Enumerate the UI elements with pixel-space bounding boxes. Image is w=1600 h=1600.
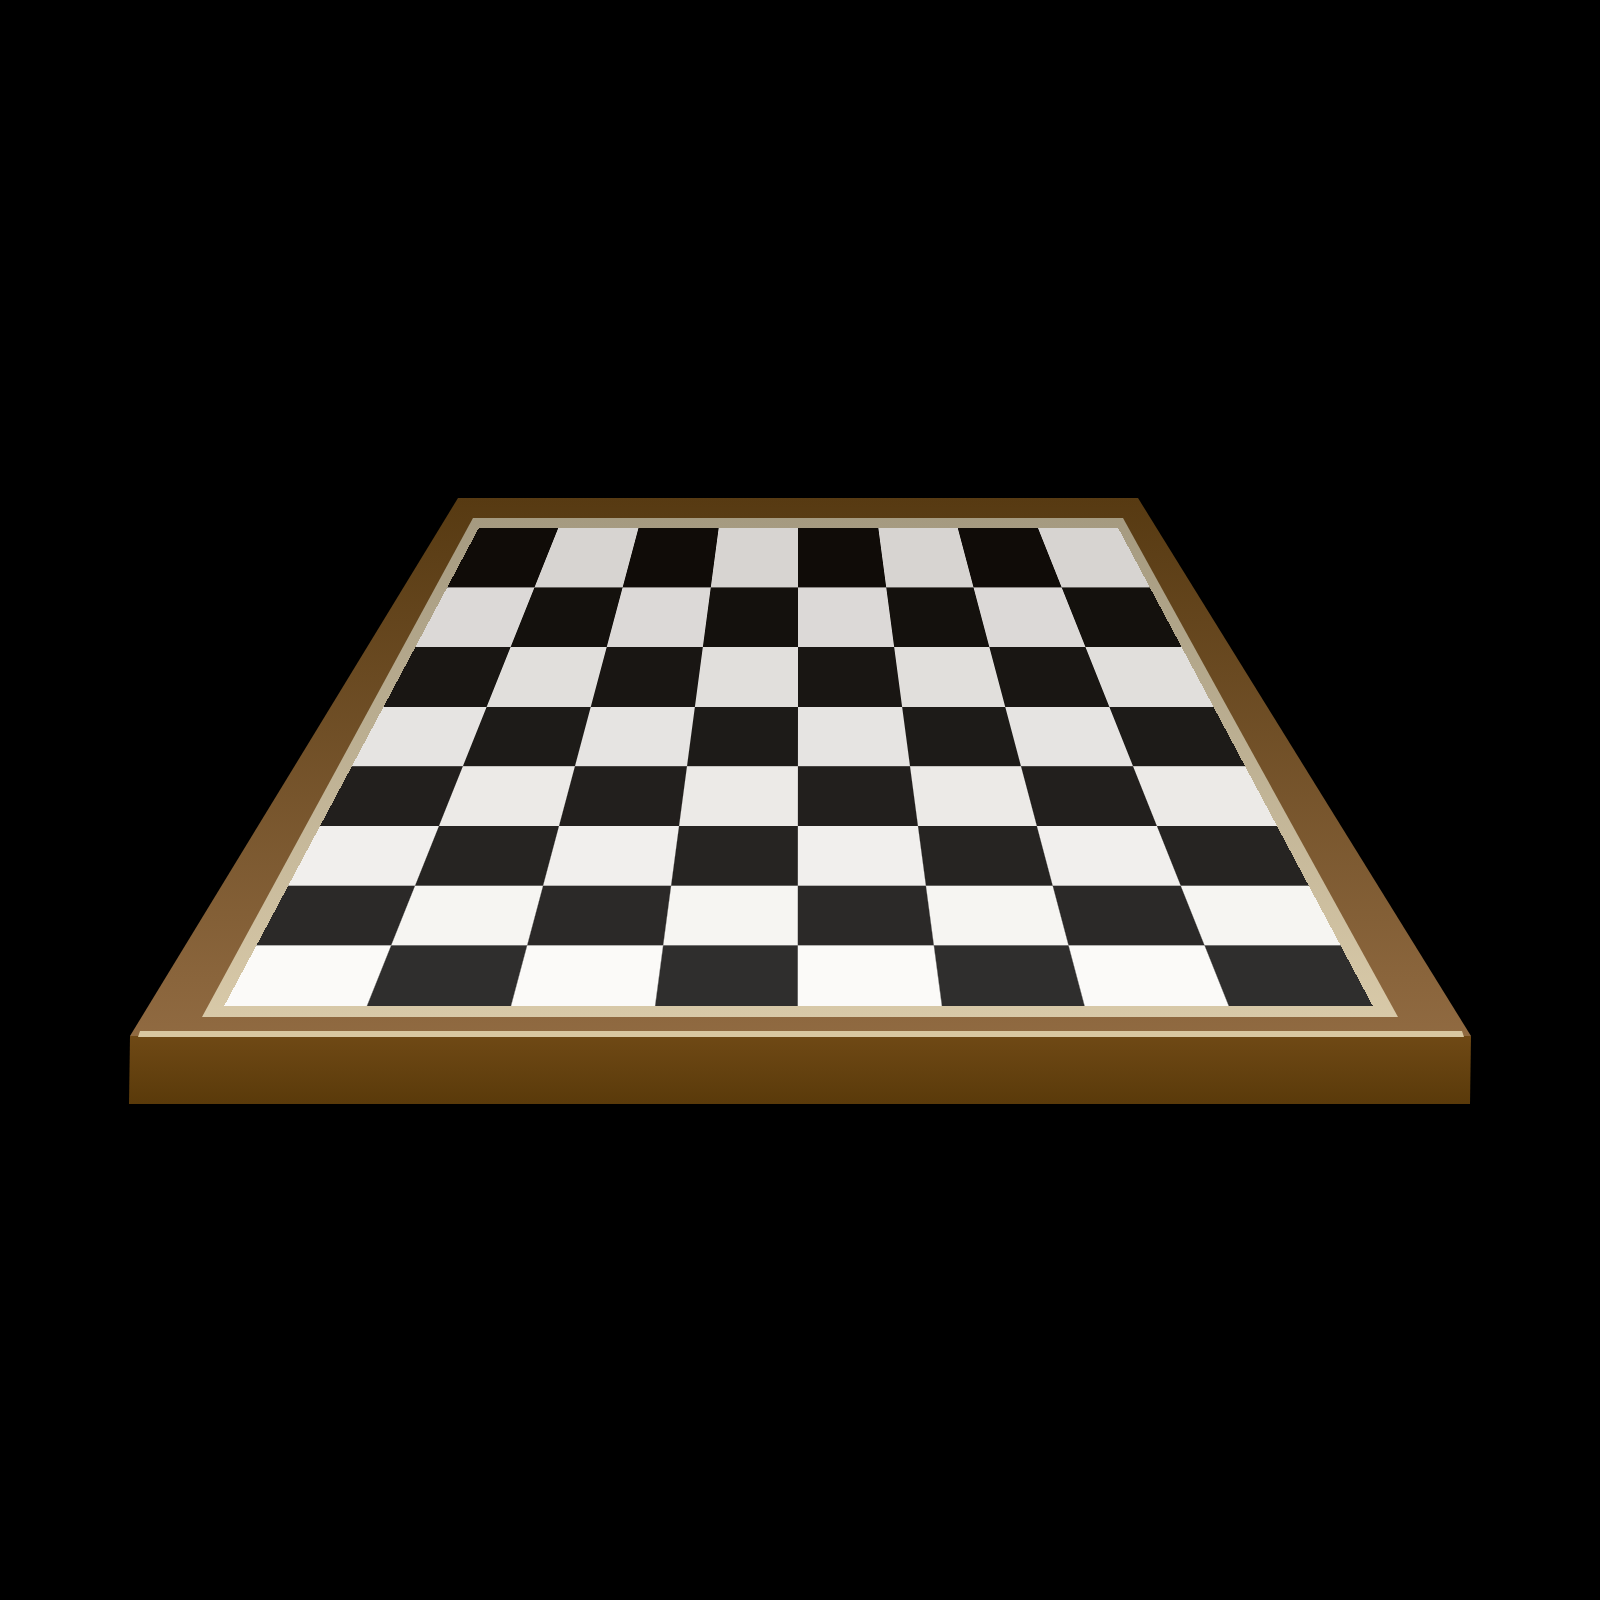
square-f1[interactable]	[934, 946, 1086, 1006]
square-e6[interactable]	[798, 647, 902, 707]
square-f4[interactable]	[910, 767, 1038, 827]
square-d4[interactable]	[678, 767, 798, 827]
square-f3[interactable]	[918, 827, 1054, 887]
square-c7[interactable]	[607, 588, 711, 648]
square-e5[interactable]	[798, 707, 910, 767]
square-e2[interactable]	[798, 886, 934, 946]
square-f5[interactable]	[902, 707, 1022, 767]
square-d8[interactable]	[710, 528, 798, 588]
square-d3[interactable]	[670, 827, 798, 887]
board-front-edge	[129, 1036, 1471, 1104]
square-f7[interactable]	[886, 588, 990, 648]
square-c3[interactable]	[543, 827, 679, 887]
square-c8[interactable]	[623, 528, 719, 588]
square-g1[interactable]	[1069, 946, 1229, 1006]
square-b3[interactable]	[415, 827, 559, 887]
square-b2[interactable]	[391, 886, 543, 946]
scene	[0, 0, 1600, 1600]
square-d5[interactable]	[686, 707, 798, 767]
square-e7[interactable]	[798, 588, 894, 648]
square-c1[interactable]	[511, 946, 663, 1006]
square-e1[interactable]	[798, 946, 942, 1006]
square-c4[interactable]	[559, 767, 687, 827]
square-b5[interactable]	[463, 707, 591, 767]
square-d2[interactable]	[662, 886, 798, 946]
square-b1[interactable]	[367, 946, 527, 1006]
square-b4[interactable]	[439, 767, 575, 827]
square-c2[interactable]	[527, 886, 671, 946]
square-c5[interactable]	[575, 707, 695, 767]
square-f2[interactable]	[926, 886, 1070, 946]
square-e8[interactable]	[798, 528, 886, 588]
square-d6[interactable]	[694, 647, 798, 707]
square-d1[interactable]	[655, 946, 799, 1006]
square-d7[interactable]	[702, 588, 798, 648]
square-g2[interactable]	[1053, 886, 1205, 946]
square-e4[interactable]	[798, 767, 918, 827]
square-c6[interactable]	[591, 647, 703, 707]
square-f6[interactable]	[894, 647, 1006, 707]
board-frame-edge-highlight	[138, 1031, 1464, 1037]
square-e3[interactable]	[798, 827, 926, 887]
